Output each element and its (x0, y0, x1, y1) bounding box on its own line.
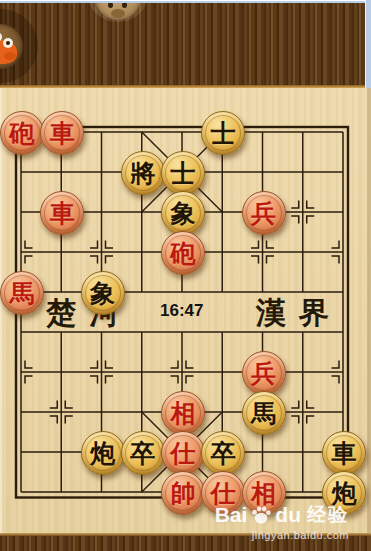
watermark-url: jingyan.baidu.com (215, 529, 349, 541)
piece-glyph: 仕 (171, 440, 196, 466)
piece-red-chariot[interactable]: 車 (40, 111, 84, 155)
piece-black-advisor[interactable]: 士 (201, 111, 245, 155)
piece-glyph: 車 (50, 120, 75, 146)
piece-red-cannon[interactable]: 砲 (161, 231, 205, 275)
piece-red-horse[interactable]: 馬 (0, 271, 44, 315)
piece-black-general[interactable]: 將 (121, 151, 165, 195)
piece-glyph: 砲 (171, 240, 196, 266)
piece-glyph: 士 (211, 120, 236, 146)
piece-glyph: 卒 (130, 440, 155, 466)
xiangqi-app-screen: 楚河 16:47 漢界 砲車士將士車象兵砲馬象兵相馬炮卒仕卒車帥仕相炮 Bai … (0, 0, 371, 551)
piece-glyph: 帥 (171, 480, 196, 506)
baidu-watermark: Bai du 经验 jingyan.baidu.com (215, 502, 349, 541)
piece-red-chariot[interactable]: 車 (40, 191, 84, 235)
piece-glyph: 馬 (251, 400, 276, 426)
piece-glyph: 車 (332, 440, 357, 466)
piece-red-advisor[interactable]: 仕 (161, 431, 205, 475)
piece-red-soldier[interactable]: 兵 (242, 351, 286, 395)
piece-black-cannon[interactable]: 炮 (81, 431, 125, 475)
piece-glyph: 炮 (90, 440, 115, 466)
window-edge-right (365, 0, 371, 88)
piece-glyph: 車 (50, 200, 75, 226)
watermark-text-jingyan: 经验 (307, 502, 349, 528)
piece-red-elephant[interactable]: 相 (161, 391, 205, 435)
watermark-text-bai: Bai (215, 503, 248, 527)
piece-black-chariot[interactable]: 車 (322, 431, 366, 475)
piece-black-soldier[interactable]: 卒 (121, 431, 165, 475)
baidu-paw-icon (250, 504, 272, 526)
pieces-layer: 砲車士將士車象兵砲馬象兵相馬炮卒仕卒車帥仕相炮 (0, 0, 371, 551)
piece-glyph: 象 (90, 280, 115, 306)
piece-black-horse[interactable]: 馬 (242, 391, 286, 435)
window-edge-top (0, 0, 371, 3)
watermark-text-du: du (275, 503, 301, 527)
piece-black-soldier[interactable]: 卒 (201, 431, 245, 475)
piece-glyph: 卒 (211, 440, 236, 466)
piece-glyph: 相 (171, 400, 196, 426)
piece-glyph: 兵 (251, 360, 276, 386)
piece-red-general[interactable]: 帥 (161, 471, 205, 515)
piece-red-soldier[interactable]: 兵 (242, 191, 286, 235)
piece-glyph: 馬 (10, 280, 35, 306)
piece-glyph: 士 (171, 160, 196, 186)
piece-glyph: 象 (171, 200, 196, 226)
watermark-logo-row: Bai du 经验 (215, 502, 349, 528)
piece-glyph: 將 (130, 160, 155, 186)
piece-red-cannon[interactable]: 砲 (0, 111, 44, 155)
piece-black-elephant[interactable]: 象 (81, 271, 125, 315)
piece-glyph: 兵 (251, 200, 276, 226)
piece-black-elephant[interactable]: 象 (161, 191, 205, 235)
piece-glyph: 砲 (10, 120, 35, 146)
piece-black-advisor[interactable]: 士 (161, 151, 205, 195)
